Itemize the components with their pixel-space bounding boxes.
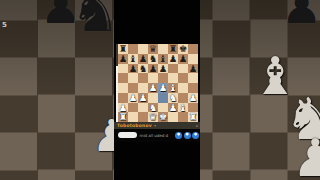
piece-black-pawn-b6[interactable]: ♟: [128, 64, 138, 74]
square-f6[interactable]: [168, 64, 178, 74]
square-c2[interactable]: [138, 103, 148, 113]
square-c5[interactable]: [138, 73, 148, 83]
action-button-3[interactable]: ●: [192, 132, 199, 139]
piece-white-pawn-b3[interactable]: ♟: [128, 93, 138, 103]
piece-black-pawn-h6[interactable]: ♟: [188, 64, 198, 74]
piece-white-rook-a1[interactable]: ♜: [118, 112, 128, 122]
square-d6[interactable]: ♟: [148, 64, 158, 74]
square-a5[interactable]: [118, 73, 128, 83]
caption-text: mid all uded d: [140, 133, 169, 138]
square-c1[interactable]: [138, 112, 148, 122]
piece-white-queen-d1[interactable]: ♛: [148, 112, 158, 122]
chess-board: ♜♛♜♚♟♝♟♞♝♟♟♟♞♟♟♟♟♟♝♟♟♞♟♟♞♟♝♜♛♚♜: [118, 44, 198, 122]
bg-black-pawn-top-right-icon: ♟: [281, 0, 320, 30]
bottom-bar: mid all uded d ● ● ●: [114, 129, 200, 142]
square-f2[interactable]: ♟: [168, 103, 178, 113]
piece-black-pawn-f7[interactable]: ♟: [168, 54, 178, 64]
square-e3[interactable]: [158, 93, 168, 103]
piece-white-pawn-f2[interactable]: ♟: [168, 103, 178, 113]
square-g5[interactable]: [178, 73, 188, 83]
piece-black-pawn-e6[interactable]: ♟: [158, 64, 168, 74]
square-b6[interactable]: ♟: [128, 64, 138, 74]
square-g1[interactable]: [178, 112, 188, 122]
piece-white-pawn-e4[interactable]: ♟: [158, 83, 168, 93]
piece-black-pawn-g7[interactable]: ♟: [178, 54, 188, 64]
square-a4[interactable]: [118, 83, 128, 93]
player-username[interactable]: Tobotobonov: [117, 123, 152, 128]
player-flair-icon: ✦: [153, 124, 156, 128]
video-column: ♜♛♜♚♟♝♟♞♝♟♟♟♞♟♟♟♟♟♝♟♟♞♟♟♞♟♝♜♛♚♜ Tobotobo…: [114, 0, 200, 180]
action-buttons: ● ● ●: [175, 132, 199, 139]
square-f7[interactable]: ♟: [168, 54, 178, 64]
piece-black-pawn-a7[interactable]: ♟: [118, 54, 128, 64]
action-button-1[interactable]: ●: [175, 132, 182, 139]
square-f1[interactable]: [168, 112, 178, 122]
square-g6[interactable]: [178, 64, 188, 74]
player-bar-right-icon[interactable]: ▫: [196, 124, 198, 128]
square-g2[interactable]: ♝: [178, 103, 188, 113]
square-h3[interactable]: ♟: [188, 93, 198, 103]
square-b3[interactable]: ♟: [128, 93, 138, 103]
square-e1[interactable]: ♚: [158, 112, 168, 122]
square-a1[interactable]: ♜: [118, 112, 128, 122]
bg-white-pawn-bottom-right-icon: ♟: [292, 132, 320, 180]
square-a7[interactable]: ♟: [118, 54, 128, 64]
piece-white-pawn-h3[interactable]: ♟: [188, 93, 198, 103]
square-c3[interactable]: ♟: [138, 93, 148, 103]
square-b1[interactable]: [128, 112, 138, 122]
square-b2[interactable]: [128, 103, 138, 113]
video-frame: 5 ♟♞♟♝♞♟♟ ♜♛♜♚♟♝♟♞♝♟♟♟♞♟♟♟♟♟♝♟♟♞♟♟♞♟♝♜♛♚…: [0, 0, 320, 180]
piece-white-rook-h1[interactable]: ♜: [188, 112, 198, 122]
square-d4[interactable]: ♟: [148, 83, 158, 93]
piece-black-pawn-d6[interactable]: ♟: [148, 64, 158, 74]
piece-black-knight-c6[interactable]: ♞: [138, 64, 148, 74]
square-a6[interactable]: [118, 64, 128, 74]
input-pill[interactable]: [118, 132, 137, 139]
square-g4[interactable]: [178, 83, 188, 93]
player-bar: Tobotobonov ✦ ▫: [114, 122, 200, 129]
square-e6[interactable]: ♟: [158, 64, 168, 74]
square-e4[interactable]: ♟: [158, 83, 168, 93]
background-rank-label: 5: [2, 21, 7, 29]
square-h1[interactable]: ♜: [188, 112, 198, 122]
piece-white-pawn-c3[interactable]: ♟: [138, 93, 148, 103]
piece-white-king-e1[interactable]: ♚: [158, 112, 168, 122]
piece-white-bishop-g2[interactable]: ♝: [178, 103, 188, 113]
square-b5[interactable]: [128, 73, 138, 83]
piece-white-pawn-d4[interactable]: ♟: [148, 83, 158, 93]
square-d1[interactable]: ♛: [148, 112, 158, 122]
square-h5[interactable]: [188, 73, 198, 83]
square-g7[interactable]: ♟: [178, 54, 188, 64]
square-h8[interactable]: [188, 44, 198, 54]
action-button-2[interactable]: ●: [184, 132, 191, 139]
bg-black-knight-top-left-icon: ♞: [70, 0, 120, 40]
square-c6[interactable]: ♞: [138, 64, 148, 74]
square-h6[interactable]: ♟: [188, 64, 198, 74]
